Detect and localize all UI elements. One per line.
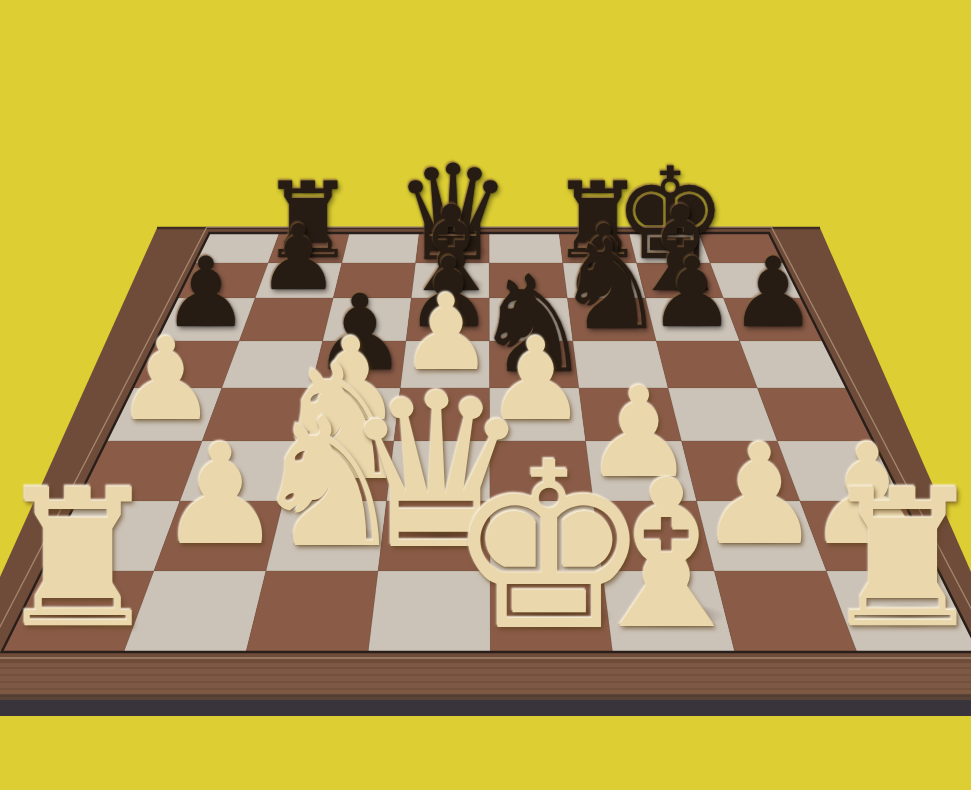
piece-white-rook-a1[interactable]: ♜ [0,465,163,655]
piece-white-rook-h1[interactable]: ♜ [818,465,971,655]
frame-bottom-strip [0,700,971,716]
chess-app-screen: ♜♛♜♚♟♝♟♝♟♟♞♟♟♟♟♞♟♟♟♞♟♟♞♛♟♟♜♚♝♜ [0,0,971,790]
piece-black-pawn-g6[interactable]: ♟ [649,245,736,342]
piece-black-pawn-h6[interactable]: ♟ [730,245,817,342]
piece-white-bishop-f1[interactable]: ♝ [576,454,759,658]
app-background: { "game": "chess", "view": { "style": "3… [0,0,971,790]
